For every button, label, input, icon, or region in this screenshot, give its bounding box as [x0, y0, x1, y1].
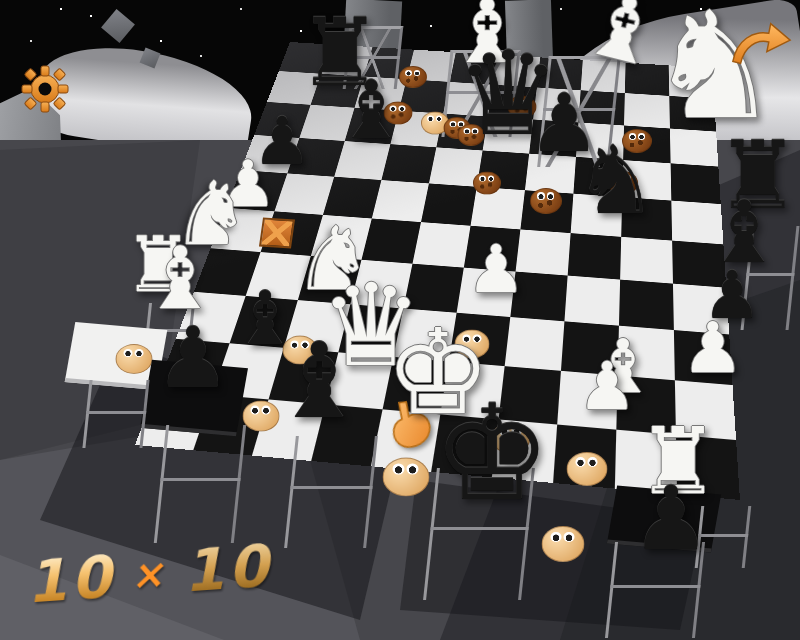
muffin-obstacle-cream [383, 458, 430, 497]
muffin-eye [575, 457, 585, 467]
muffin-obstacle-cream [542, 526, 585, 562]
piece-black-bishop[interactable]: ♝ [272, 329, 365, 433]
piece-white-pawn[interactable]: ♟ [466, 237, 525, 303]
muffin-eye [537, 192, 545, 199]
square-r5c8[interactable] [620, 237, 673, 284]
muffin-eye [479, 175, 486, 181]
muffin-obstacle-brown [473, 172, 501, 195]
muffin-eye [588, 457, 598, 467]
muffin-eye [427, 115, 434, 121]
muffin-eye [551, 532, 562, 542]
muffin-eye [564, 532, 575, 542]
muffin-eye [414, 70, 421, 76]
chair-legs [154, 425, 246, 543]
muffin-eye [488, 175, 495, 181]
muffin-obstacle-cream [116, 344, 153, 374]
settings-gear-icon[interactable] [20, 64, 70, 114]
piece-black-king[interactable]: ♚ [433, 387, 551, 519]
floating-cube [101, 9, 135, 43]
game-stage: ♝♝♞♟♞♜♝♞♛♚♟♟♝♟♜♜♝♟♛♟♞♜♝♟♟♝♝♚♟ [0, 0, 800, 640]
powerup-crate[interactable] [259, 217, 295, 248]
square-r4c4[interactable] [421, 183, 477, 225]
muffin-obstacle-cream [567, 452, 608, 486]
muffin-eye [547, 192, 555, 199]
muffin-eye [262, 406, 271, 415]
piece-black-bishop[interactable]: ♝ [335, 71, 407, 151]
piece-black-knight[interactable]: ♞ [574, 134, 658, 228]
chair-legs [284, 436, 378, 548]
muffin-eye [135, 349, 144, 357]
muffin-eye [251, 406, 260, 415]
muffin-eye [407, 464, 419, 475]
caption-ten-1: 10 [24, 542, 117, 616]
square-r5c7[interactable] [568, 233, 622, 279]
muffin-obstacle-brown [530, 188, 562, 214]
redo-arrow-icon[interactable] [728, 18, 794, 68]
piece-black-pawn[interactable]: ♟ [632, 475, 711, 563]
muffin-eye [124, 349, 133, 357]
piece-white-pawn[interactable]: ♟ [682, 313, 745, 383]
piece-white-pawn[interactable]: ♟ [577, 354, 636, 420]
muffin-eye [393, 464, 405, 475]
square-r7c6[interactable] [505, 317, 565, 371]
caption-times: × [129, 550, 170, 599]
piece-black-pawn[interactable]: ♟ [155, 316, 230, 400]
square-r6c7[interactable] [564, 276, 620, 326]
muffin-eye [436, 115, 443, 121]
square-r4c5[interactable] [471, 187, 525, 230]
starfield [90, 15, 92, 17]
chair-legs [82, 380, 149, 448]
square-r4c3[interactable] [372, 180, 429, 222]
